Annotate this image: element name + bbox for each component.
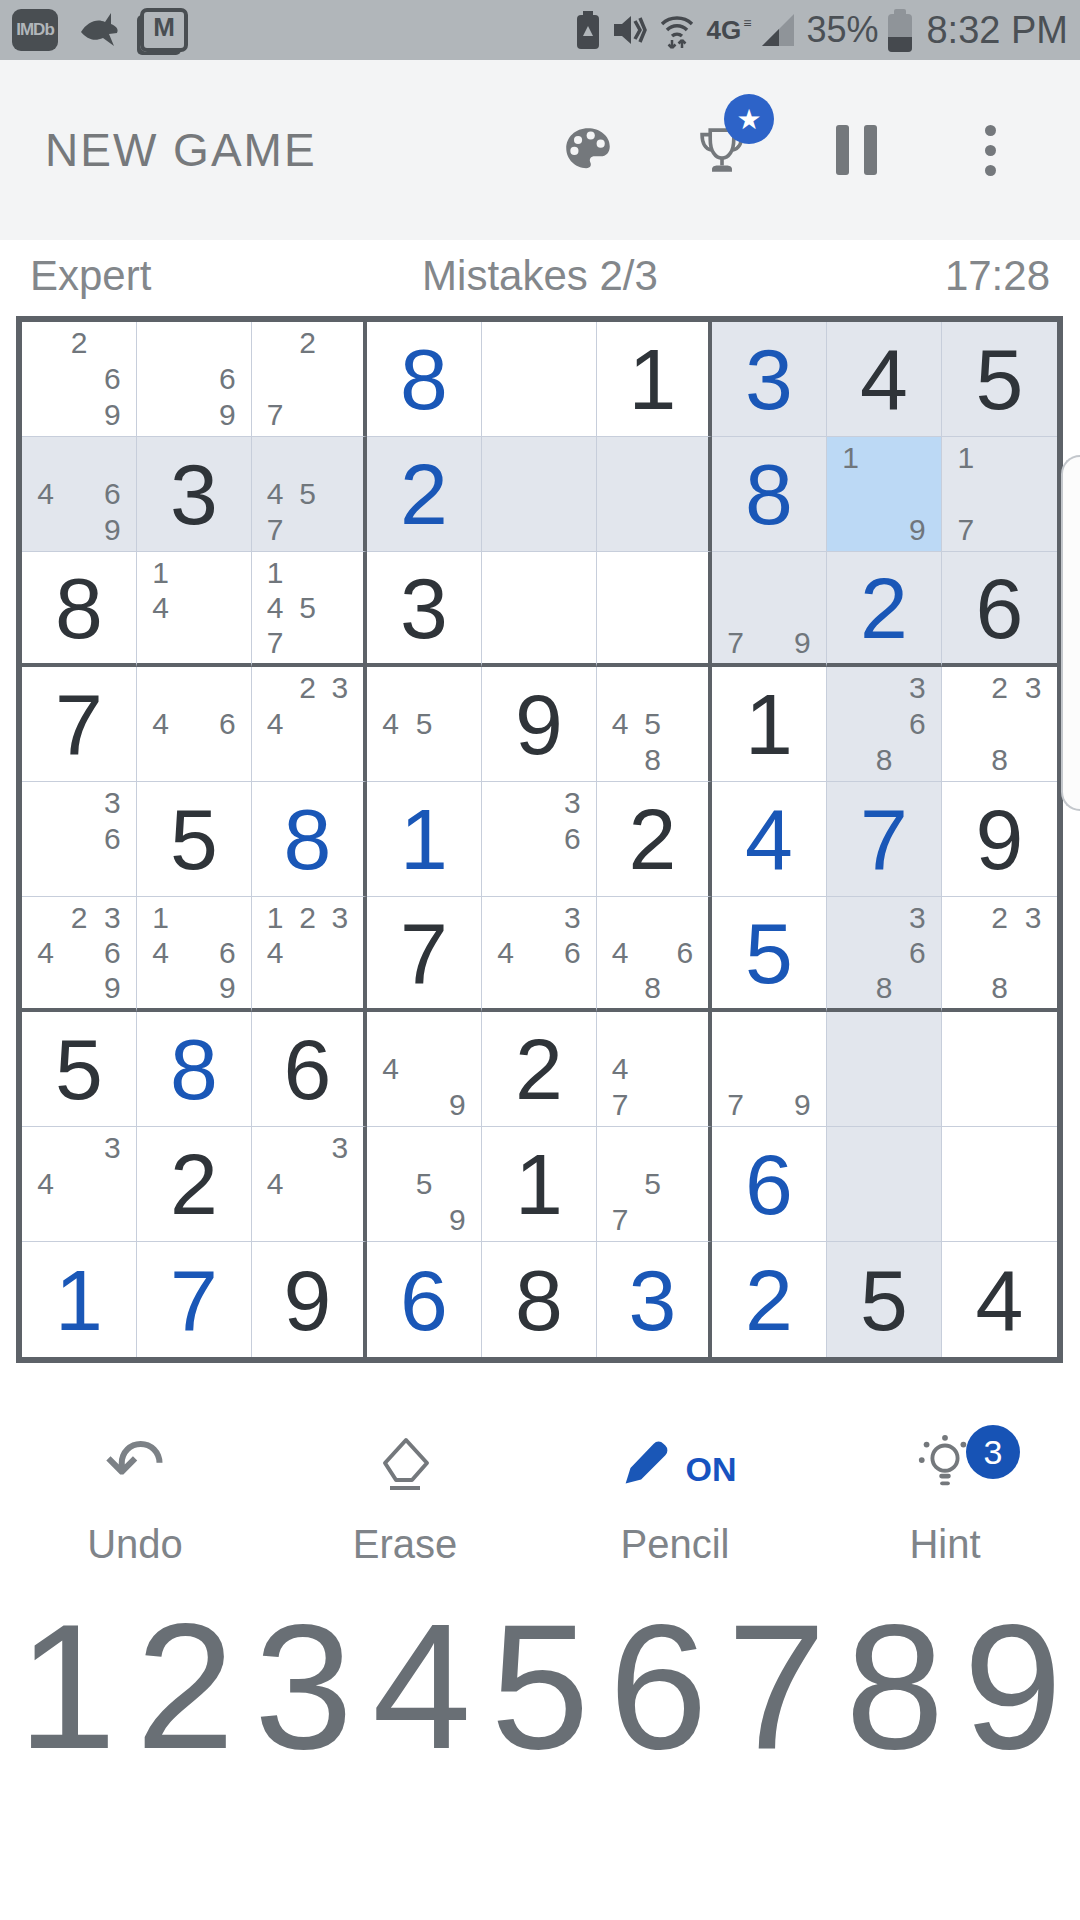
numpad-7[interactable]: 7	[717, 1598, 835, 1776]
pencil-marks: 14	[144, 555, 244, 660]
pause-button[interactable]	[826, 120, 886, 180]
theme-palette-button[interactable]	[558, 120, 618, 180]
user-digit: 8	[367, 322, 481, 436]
given-digit: 6	[942, 552, 1057, 663]
cell-r4c5[interactable]: 9	[482, 667, 597, 782]
cell-r3c6[interactable]	[597, 552, 712, 667]
pencil-icon	[614, 1433, 676, 1495]
given-digit: 9	[942, 782, 1057, 896]
cell-r4c2[interactable]: 46	[137, 667, 252, 782]
signal-strength-icon	[760, 12, 796, 48]
fish-app-icon	[76, 9, 122, 51]
user-digit: 8	[252, 782, 363, 896]
given-digit: 5	[942, 322, 1057, 436]
cell-r5c8[interactable]: 7	[827, 782, 942, 897]
given-digit: 7	[367, 897, 481, 1008]
cell-r8c7[interactable]: 6	[712, 1127, 827, 1242]
cell-r7c8[interactable]	[827, 1012, 942, 1127]
overflow-menu-button[interactable]	[960, 120, 1020, 180]
cell-r1c4[interactable]: 8	[367, 322, 482, 437]
user-digit: 8	[137, 1012, 251, 1126]
cell-r1c9[interactable]: 5	[942, 322, 1057, 437]
pencil-marks: 79	[719, 1015, 819, 1123]
undo-label: Undo	[87, 1522, 183, 1567]
user-digit: 6	[367, 1242, 481, 1357]
undo-button[interactable]: ↶ Undo	[0, 1412, 270, 1567]
cell-r1c6[interactable]: 1	[597, 322, 712, 437]
battery-icon	[888, 9, 912, 52]
user-digit: 6	[712, 1127, 826, 1241]
cell-r2c6[interactable]	[597, 437, 712, 552]
given-digit: 1	[712, 667, 826, 781]
star-icon: ★	[736, 103, 761, 136]
erase-label: Erase	[353, 1522, 458, 1567]
cell-r3c8[interactable]: 2	[827, 552, 942, 667]
cell-r7c6[interactable]: 47	[597, 1012, 712, 1127]
cell-r2c5[interactable]	[482, 437, 597, 552]
cell-r3c3[interactable]: 1457	[252, 552, 367, 667]
cell-r4c8[interactable]: 368	[827, 667, 942, 782]
page-title: NEW GAME	[45, 123, 317, 177]
cell-r9c1[interactable]: 1	[22, 1242, 137, 1357]
cell-r1c7[interactable]: 3	[712, 322, 827, 437]
pencil-label: Pencil	[621, 1522, 730, 1567]
numpad: 123456789	[0, 1598, 1080, 1776]
hint-bulb-icon	[914, 1431, 976, 1493]
cell-r6c8[interactable]: 368	[827, 897, 942, 1012]
pencil-marks: 269	[29, 325, 129, 433]
cell-r4c6[interactable]: 458	[597, 667, 712, 782]
cell-r9c7[interactable]: 2	[712, 1242, 827, 1357]
pencil-marks: 49	[374, 1015, 474, 1123]
given-digit: 5	[827, 1242, 941, 1357]
user-digit: 2	[827, 552, 941, 663]
cell-r2c3[interactable]: 457	[252, 437, 367, 552]
cell-r4c9[interactable]: 238	[942, 667, 1057, 782]
wifi-icon	[657, 10, 697, 50]
user-digit: 7	[827, 782, 941, 896]
cell-r6c1[interactable]: 23469	[22, 897, 137, 1012]
pencil-marks: 368	[834, 900, 934, 1005]
cell-r6c4[interactable]: 7	[367, 897, 482, 1012]
given-digit: 8	[22, 552, 136, 663]
gmail-app-icon: M	[140, 8, 188, 52]
cell-r5c2[interactable]: 5	[137, 782, 252, 897]
cell-r9c9[interactable]: 4	[942, 1242, 1057, 1357]
given-digit: 8	[482, 1242, 596, 1357]
cell-r3c5[interactable]	[482, 552, 597, 667]
cell-r3c9[interactable]: 6	[942, 552, 1057, 667]
cell-r9c8[interactable]: 5	[827, 1242, 942, 1357]
cell-r2c7[interactable]: 8	[712, 437, 827, 552]
cell-r8c1[interactable]: 34	[22, 1127, 137, 1242]
app-bar: NEW GAME ★	[0, 60, 1080, 240]
pencil-state-label: ON	[686, 1450, 737, 1495]
given-digit: 1	[482, 1127, 596, 1241]
given-digit: 7	[22, 667, 136, 781]
awards-button[interactable]: ★	[692, 120, 752, 180]
mute-icon	[611, 11, 647, 49]
cell-r8c3[interactable]: 34	[252, 1127, 367, 1242]
cell-r5c5[interactable]: 36	[482, 782, 597, 897]
erase-button[interactable]: Erase	[270, 1412, 540, 1567]
cell-r3c2[interactable]: 14	[137, 552, 252, 667]
pencil-marks: 57	[604, 1130, 701, 1238]
given-digit: 6	[252, 1012, 363, 1126]
pencil-marks: 46	[144, 670, 244, 778]
cell-r7c2[interactable]: 8	[137, 1012, 252, 1127]
cell-r8c5[interactable]: 1	[482, 1127, 597, 1242]
eraser-icon	[373, 1432, 437, 1496]
pause-icon	[836, 125, 877, 175]
cell-r9c6[interactable]: 3	[597, 1242, 712, 1357]
given-digit: 4	[942, 1242, 1057, 1357]
cell-r7c4[interactable]: 49	[367, 1012, 482, 1127]
user-digit: 7	[137, 1242, 251, 1357]
given-digit: 1	[597, 322, 708, 436]
pencil-marks: 368	[834, 670, 934, 778]
pencil-marks: 34	[29, 1130, 129, 1238]
status-bar: IMDb M 4G≡ 35%	[0, 0, 1080, 60]
cell-r5c1[interactable]: 36	[22, 782, 137, 897]
given-digit: 5	[137, 782, 251, 896]
pencil-marks: 69	[144, 325, 244, 433]
edge-panel-handle[interactable]	[1061, 455, 1080, 811]
cell-r8c8[interactable]	[827, 1127, 942, 1242]
pencil-marks: 47	[604, 1015, 701, 1123]
pencil-marks: 238	[949, 670, 1050, 778]
user-digit: 3	[712, 322, 826, 436]
cell-r9c4[interactable]: 6	[367, 1242, 482, 1357]
cell-r4c3[interactable]: 234	[252, 667, 367, 782]
pencil-marks: 1457	[259, 555, 356, 660]
pencil-marks: 468	[604, 900, 701, 1005]
pencil-marks: 17	[949, 440, 1050, 548]
cell-r9c3[interactable]: 9	[252, 1242, 367, 1357]
pencil-marks: 1234	[259, 900, 356, 1005]
cell-r1c3[interactable]: 27	[252, 322, 367, 437]
pencil-marks: 59	[374, 1130, 474, 1238]
cell-r6c2[interactable]: 1469	[137, 897, 252, 1012]
toolbar: ↶ Undo Erase ON Pencil	[0, 1412, 1080, 1567]
cell-r4c7[interactable]: 1	[712, 667, 827, 782]
given-digit: 3	[367, 552, 481, 663]
user-digit: 4	[712, 782, 826, 896]
cell-r7c5[interactable]: 2	[482, 1012, 597, 1127]
overflow-menu-icon	[985, 125, 996, 176]
pencil-marks: 27	[259, 325, 356, 433]
cell-r7c3[interactable]: 6	[252, 1012, 367, 1127]
clock-label: 8:32 PM	[926, 9, 1068, 52]
user-digit: 5	[712, 897, 826, 1008]
cell-r1c5[interactable]	[482, 322, 597, 437]
cell-r5c9[interactable]: 9	[942, 782, 1057, 897]
cell-r3c1[interactable]: 8	[22, 552, 137, 667]
given-digit: 5	[22, 1012, 136, 1126]
cell-r2c9[interactable]: 17	[942, 437, 1057, 552]
cell-r4c4[interactable]: 45	[367, 667, 482, 782]
cell-r5c6[interactable]: 2	[597, 782, 712, 897]
cell-r2c8[interactable]: 19	[827, 437, 942, 552]
timer-label: 17:28	[658, 252, 1050, 300]
user-digit: 1	[367, 782, 481, 896]
numpad-5[interactable]: 5	[481, 1598, 599, 1776]
pencil-button[interactable]: ON Pencil	[540, 1412, 810, 1567]
cell-r2c4[interactable]: 2	[367, 437, 482, 552]
cell-r6c3[interactable]: 1234	[252, 897, 367, 1012]
imdb-app-icon: IMDb	[12, 9, 58, 51]
network-4g-icon: 4G≡	[707, 15, 751, 46]
cell-r5c7[interactable]: 4	[712, 782, 827, 897]
numpad-3[interactable]: 3	[244, 1598, 362, 1776]
user-digit: 8	[712, 437, 826, 551]
cell-r5c3[interactable]: 8	[252, 782, 367, 897]
given-digit: 4	[827, 322, 941, 436]
pencil-marks: 238	[949, 900, 1050, 1005]
cell-r9c2[interactable]: 7	[137, 1242, 252, 1357]
info-bar: Expert Mistakes 2/3 17:28	[0, 240, 1080, 312]
pencil-marks: 36	[489, 785, 589, 893]
pencil-marks: 79	[719, 555, 819, 660]
mistakes-label: Mistakes 2/3	[422, 252, 658, 300]
pencil-marks: 346	[489, 900, 589, 1005]
numpad-2[interactable]: 2	[126, 1598, 244, 1776]
user-digit: 1	[22, 1242, 136, 1357]
hint-button[interactable]: 3 Hint	[810, 1412, 1080, 1567]
hint-label: Hint	[909, 1522, 980, 1567]
numpad-9[interactable]: 9	[954, 1598, 1072, 1776]
pencil-marks: 234	[259, 670, 356, 778]
cell-r3c4[interactable]: 3	[367, 552, 482, 667]
given-digit: 9	[252, 1242, 363, 1357]
pencil-marks: 457	[259, 440, 356, 548]
pencil-marks: 1469	[144, 900, 244, 1005]
cell-r6c9[interactable]: 238	[942, 897, 1057, 1012]
cell-r9c5[interactable]: 8	[482, 1242, 597, 1357]
undo-icon: ↶	[105, 1428, 165, 1500]
hint-count-badge: 3	[966, 1425, 1020, 1479]
trophy-star-badge: ★	[724, 94, 774, 144]
cell-r2c2[interactable]: 3	[137, 437, 252, 552]
battery-saver-icon	[575, 11, 601, 49]
cell-r3c7[interactable]: 79	[712, 552, 827, 667]
cell-r7c7[interactable]: 79	[712, 1012, 827, 1127]
cell-r7c9[interactable]	[942, 1012, 1057, 1127]
pencil-marks: 19	[834, 440, 934, 548]
cell-r2c1[interactable]: 469	[22, 437, 137, 552]
pencil-marks: 458	[604, 670, 701, 778]
user-digit: 2	[712, 1242, 826, 1357]
numpad-8[interactable]: 8	[836, 1598, 954, 1776]
cell-r7c1[interactable]: 5	[22, 1012, 137, 1127]
cell-r1c1[interactable]: 269	[22, 322, 137, 437]
given-digit: 2	[597, 782, 708, 896]
pencil-marks: 23469	[29, 900, 129, 1005]
numpad-1[interactable]: 1	[8, 1598, 126, 1776]
given-digit: 2	[482, 1012, 596, 1126]
user-digit: 3	[597, 1242, 708, 1357]
cell-r4c1[interactable]: 7	[22, 667, 137, 782]
cell-r6c6[interactable]: 468	[597, 897, 712, 1012]
cell-r8c2[interactable]: 2	[137, 1127, 252, 1242]
numpad-4[interactable]: 4	[363, 1598, 481, 1776]
given-digit: 9	[482, 667, 596, 781]
cell-r1c8[interactable]: 4	[827, 322, 942, 437]
pencil-marks: 36	[29, 785, 129, 893]
difficulty-label: Expert	[30, 252, 422, 300]
cell-r5c4[interactable]: 1	[367, 782, 482, 897]
palette-icon	[559, 121, 617, 179]
sudoku-board: 2696927813454693457281917814145737926746…	[16, 316, 1063, 1363]
given-digit: 3	[137, 437, 251, 551]
user-digit: 2	[367, 437, 481, 551]
pencil-marks: 45	[374, 670, 474, 778]
pencil-marks: 34	[259, 1130, 356, 1238]
numpad-6[interactable]: 6	[599, 1598, 717, 1776]
cell-r6c5[interactable]: 346	[482, 897, 597, 1012]
given-digit: 2	[137, 1127, 251, 1241]
cell-r8c9[interactable]	[942, 1127, 1057, 1242]
pencil-marks: 469	[29, 440, 129, 548]
cell-r1c2[interactable]: 69	[137, 322, 252, 437]
cell-r6c7[interactable]: 5	[712, 897, 827, 1012]
battery-percent-label: 35%	[806, 9, 878, 51]
cell-r8c6[interactable]: 57	[597, 1127, 712, 1242]
cell-r8c4[interactable]: 59	[367, 1127, 482, 1242]
